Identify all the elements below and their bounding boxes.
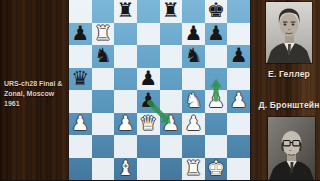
event-line1: URS-ch28 Final & bbox=[4, 79, 70, 89]
white-knight-f4[interactable]: ♞ bbox=[184, 90, 202, 110]
square-g3[interactable] bbox=[205, 113, 228, 136]
square-h4[interactable]: ♟ bbox=[227, 90, 250, 113]
white-pawn-f3[interactable]: ♟ bbox=[184, 113, 202, 133]
geller-portrait-photo bbox=[266, 2, 312, 63]
square-b6[interactable]: ♞ bbox=[92, 45, 115, 68]
square-e5[interactable] bbox=[160, 68, 183, 91]
square-d3[interactable]: ♛ bbox=[137, 113, 160, 136]
square-b8[interactable] bbox=[92, 0, 115, 23]
black-rook-c8[interactable]: ♜ bbox=[117, 0, 135, 20]
square-g4[interactable]: ♟ bbox=[205, 90, 228, 113]
square-f5[interactable] bbox=[182, 68, 205, 91]
black-pawn-f7[interactable]: ♟ bbox=[184, 23, 202, 43]
black-knight-f6[interactable]: ♞ bbox=[184, 45, 202, 65]
square-e4[interactable] bbox=[160, 90, 183, 113]
square-h5[interactable] bbox=[227, 68, 250, 91]
square-g2[interactable] bbox=[205, 135, 228, 158]
square-c1[interactable]: ♝ bbox=[114, 158, 137, 181]
white-pawn-c3[interactable]: ♟ bbox=[117, 113, 135, 133]
square-c8[interactable]: ♜ bbox=[114, 0, 137, 23]
white-bishop-c1[interactable]: ♝ bbox=[117, 158, 135, 178]
square-b4[interactable] bbox=[92, 90, 115, 113]
square-g7[interactable]: ♟ bbox=[205, 23, 228, 46]
right-eye bbox=[292, 24, 295, 26]
square-b7[interactable]: ♜ bbox=[92, 23, 115, 46]
square-d5[interactable]: ♟ bbox=[137, 68, 160, 91]
black-queen-a5[interactable]: ♛ bbox=[71, 68, 89, 88]
black-rook-e8[interactable]: ♜ bbox=[162, 0, 180, 20]
square-b5[interactable] bbox=[92, 68, 115, 91]
square-f1[interactable]: ♜ bbox=[182, 158, 205, 181]
white-rook-f1[interactable]: ♜ bbox=[184, 158, 202, 178]
event-caption: URS-ch28 Final & Zonal, Moscow 1961 bbox=[4, 79, 70, 109]
square-a4[interactable] bbox=[69, 90, 92, 113]
black-knight-b6[interactable]: ♞ bbox=[94, 45, 112, 65]
square-g5[interactable] bbox=[205, 68, 228, 91]
square-e7[interactable] bbox=[160, 23, 183, 46]
black-pawn-g7[interactable]: ♟ bbox=[207, 23, 225, 43]
white-queen-d3[interactable]: ♛ bbox=[139, 113, 157, 133]
square-c7[interactable] bbox=[114, 23, 137, 46]
square-a8[interactable] bbox=[69, 0, 92, 23]
black-pawn-d4[interactable]: ♟ bbox=[139, 90, 157, 110]
square-f6[interactable]: ♞ bbox=[182, 45, 205, 68]
square-e6[interactable] bbox=[160, 45, 183, 68]
square-a5[interactable]: ♛ bbox=[69, 68, 92, 91]
square-h8[interactable] bbox=[227, 0, 250, 23]
square-h6[interactable]: ♟ bbox=[227, 45, 250, 68]
square-h2[interactable] bbox=[227, 135, 250, 158]
square-f2[interactable] bbox=[182, 135, 205, 158]
square-f4[interactable]: ♞ bbox=[182, 90, 205, 113]
square-d2[interactable] bbox=[137, 135, 160, 158]
square-b2[interactable] bbox=[92, 135, 115, 158]
video-thumbnail: URS-ch28 Final & Zonal, Moscow 1961 ♜♜♚♟… bbox=[0, 0, 320, 180]
square-a2[interactable] bbox=[69, 135, 92, 158]
square-f3[interactable]: ♟ bbox=[182, 113, 205, 136]
square-c4[interactable] bbox=[114, 90, 137, 113]
square-d7[interactable] bbox=[137, 23, 160, 46]
square-c6[interactable] bbox=[114, 45, 137, 68]
white-rook-b7[interactable]: ♜ bbox=[94, 23, 112, 43]
event-line2: Zonal, Moscow 1961 bbox=[4, 89, 70, 109]
square-b1[interactable] bbox=[92, 158, 115, 181]
square-d1[interactable] bbox=[137, 158, 160, 181]
square-c3[interactable]: ♟ bbox=[114, 113, 137, 136]
square-f8[interactable] bbox=[182, 0, 205, 23]
square-g8[interactable]: ♚ bbox=[205, 0, 228, 23]
face bbox=[280, 14, 299, 37]
chess-board[interactable]: ♜♜♚♟♜♟♟♞♞♟♛♟♟♞♟♟♟♟♛♟♟♝♜♚ bbox=[69, 0, 250, 180]
left-eye bbox=[284, 24, 287, 26]
white-pawn-e3[interactable]: ♟ bbox=[162, 113, 180, 133]
square-h3[interactable] bbox=[227, 113, 250, 136]
square-e1[interactable] bbox=[160, 158, 183, 181]
square-e3[interactable]: ♟ bbox=[160, 113, 183, 136]
square-b3[interactable] bbox=[92, 113, 115, 136]
white-king-g1[interactable]: ♚ bbox=[207, 158, 225, 178]
white-player-name: Е. Геллер bbox=[253, 69, 320, 79]
white-pawn-h4[interactable]: ♟ bbox=[230, 90, 248, 110]
black-pawn-d5[interactable]: ♟ bbox=[139, 68, 157, 88]
square-a1[interactable] bbox=[69, 158, 92, 181]
black-pawn-a7[interactable]: ♟ bbox=[71, 23, 89, 43]
white-pawn-g4[interactable]: ♟ bbox=[207, 90, 225, 110]
square-c5[interactable] bbox=[114, 68, 137, 91]
square-c2[interactable] bbox=[114, 135, 137, 158]
square-g1[interactable]: ♚ bbox=[205, 158, 228, 181]
bronstein-portrait-photo bbox=[268, 117, 315, 180]
square-e2[interactable] bbox=[160, 135, 183, 158]
right-brow bbox=[291, 22, 296, 23]
square-e8[interactable]: ♜ bbox=[160, 0, 183, 23]
square-f7[interactable]: ♟ bbox=[182, 23, 205, 46]
square-g6[interactable] bbox=[205, 45, 228, 68]
black-pawn-h6[interactable]: ♟ bbox=[230, 45, 248, 65]
square-a3[interactable]: ♟ bbox=[69, 113, 92, 136]
square-a6[interactable] bbox=[69, 45, 92, 68]
square-d4[interactable]: ♟ bbox=[137, 90, 160, 113]
white-pawn-a3[interactable]: ♟ bbox=[71, 113, 89, 133]
square-d8[interactable] bbox=[137, 0, 160, 23]
square-a7[interactable]: ♟ bbox=[69, 23, 92, 46]
square-h1[interactable] bbox=[227, 158, 250, 181]
left-brow bbox=[283, 22, 288, 23]
black-player-name: Д. Бронштейн bbox=[253, 100, 320, 110]
square-d6[interactable] bbox=[137, 45, 160, 68]
black-king-g8[interactable]: ♚ bbox=[207, 0, 225, 20]
square-h7[interactable] bbox=[227, 23, 250, 46]
